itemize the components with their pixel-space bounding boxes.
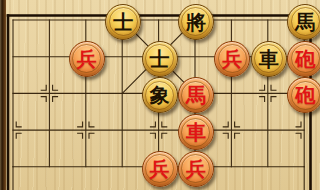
board-point[interactable]: 砲 [286, 75, 320, 112]
piece-glyph: 兵 [222, 49, 242, 69]
piece-black-advisor[interactable]: 士 [105, 4, 141, 40]
board-point[interactable]: 兵 [213, 38, 249, 75]
piece-black-elephant[interactable]: 象 [142, 77, 178, 113]
board-point[interactable] [0, 112, 31, 149]
board-point[interactable]: 車 [250, 38, 286, 75]
board-point[interactable] [250, 112, 286, 149]
board-point[interactable] [213, 112, 249, 149]
piece-black-horse[interactable]: 馬 [287, 4, 320, 40]
board-point[interactable]: 兵 [177, 148, 213, 185]
board-point[interactable] [213, 2, 249, 39]
board-point[interactable]: 士 [104, 2, 140, 39]
board-point[interactable] [104, 148, 140, 185]
piece-black-chariot[interactable]: 車 [251, 41, 287, 77]
board-point[interactable] [68, 112, 104, 149]
board-point[interactable] [104, 38, 140, 75]
board-point[interactable] [68, 2, 104, 39]
board-point[interactable] [250, 2, 286, 39]
board-point[interactable] [286, 148, 320, 185]
piece-glyph: 馬 [295, 12, 315, 32]
board-point[interactable]: 兵 [140, 148, 176, 185]
board-point[interactable] [31, 112, 67, 149]
piece-black-general[interactable]: 將 [178, 4, 214, 40]
board-point[interactable] [213, 75, 249, 112]
board-point[interactable] [31, 75, 67, 112]
piece-glyph: 兵 [77, 49, 97, 69]
board-point[interactable]: 士 [140, 38, 176, 75]
piece-red-cannon[interactable]: 砲 [287, 77, 320, 113]
board-point[interactable] [177, 38, 213, 75]
piece-red-soldier[interactable]: 兵 [214, 41, 250, 77]
board-point[interactable] [31, 38, 67, 75]
piece-glyph: 砲 [295, 85, 315, 105]
piece-glyph: 士 [150, 49, 170, 69]
board-point[interactable] [0, 75, 31, 112]
piece-black-advisor[interactable]: 士 [142, 41, 178, 77]
piece-glyph: 馬 [186, 85, 206, 105]
board-point[interactable] [140, 112, 176, 149]
board-point[interactable] [104, 112, 140, 149]
piece-glyph: 士 [113, 12, 133, 32]
board-point[interactable]: 馬 [286, 2, 320, 39]
board-point[interactable] [140, 2, 176, 39]
board-point[interactable] [0, 148, 31, 185]
board-point[interactable] [250, 75, 286, 112]
xiangqi-board: 士將馬兵士兵車砲象馬砲車兵兵 [0, 0, 320, 190]
board-point[interactable]: 砲 [286, 38, 320, 75]
board-point[interactable] [31, 2, 67, 39]
piece-red-chariot[interactable]: 車 [178, 114, 214, 150]
piece-glyph: 兵 [186, 159, 206, 179]
piece-glyph: 車 [259, 49, 279, 69]
piece-glyph: 兵 [150, 159, 170, 179]
board-point[interactable]: 兵 [68, 38, 104, 75]
piece-red-horse[interactable]: 馬 [178, 77, 214, 113]
piece-red-soldier[interactable]: 兵 [142, 151, 178, 187]
board-point[interactable]: 將 [177, 2, 213, 39]
board-point[interactable] [286, 112, 320, 149]
piece-glyph: 車 [186, 122, 206, 142]
board-point[interactable]: 象 [140, 75, 176, 112]
board-point[interactable] [104, 75, 140, 112]
piece-red-cannon[interactable]: 砲 [287, 41, 320, 77]
board-point[interactable]: 車 [177, 112, 213, 149]
piece-red-soldier[interactable]: 兵 [178, 151, 214, 187]
piece-red-soldier[interactable]: 兵 [69, 41, 105, 77]
board-point[interactable] [31, 148, 67, 185]
board-point[interactable] [68, 148, 104, 185]
pieces-grid: 士將馬兵士兵車砲象馬砲車兵兵 [0, 2, 320, 185]
board-point[interactable] [0, 38, 31, 75]
piece-glyph: 砲 [295, 49, 315, 69]
board-point[interactable] [250, 148, 286, 185]
board-point[interactable]: 馬 [177, 75, 213, 112]
board-point[interactable] [68, 75, 104, 112]
piece-glyph: 將 [186, 12, 206, 32]
board-point[interactable] [0, 2, 31, 39]
board-point[interactable] [213, 148, 249, 185]
piece-glyph: 象 [150, 85, 170, 105]
